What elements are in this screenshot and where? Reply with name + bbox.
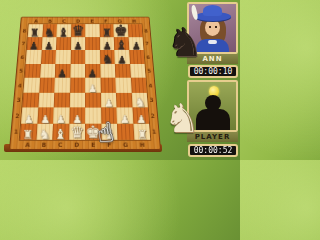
square-h5[interactable]: [130, 64, 146, 78]
square-d2[interactable]: ♟: [69, 108, 85, 124]
piece-white-pawn: ♟: [136, 114, 146, 125]
portrait-collar: [208, 40, 217, 44]
opponent-clock: 00:00:10: [188, 65, 238, 78]
square-h3[interactable]: ♞: [131, 92, 148, 107]
square-h2[interactable]: ♟: [132, 108, 149, 124]
coord-label-F: F: [104, 18, 108, 23]
black-knight-icon: ♞: [167, 22, 203, 62]
piece-white-knight: ♞: [39, 128, 51, 141]
square-e3[interactable]: [85, 92, 101, 107]
coord-label-8: 8: [22, 28, 26, 33]
square-f4[interactable]: [100, 78, 116, 93]
portrait-hat-icon: [203, 5, 222, 16]
coord-label-C: C: [62, 18, 66, 23]
coord-label-2: 2: [15, 112, 20, 119]
coord-label-C: C: [58, 141, 63, 148]
piece-black-king: ♚: [114, 23, 127, 38]
file-labels-bottom: ABCDEFGH: [19, 140, 151, 149]
square-d6[interactable]: [70, 50, 85, 64]
square-f6[interactable]: ♞: [100, 50, 115, 64]
square-d7[interactable]: ♟: [71, 37, 86, 50]
player-clock: 00:00:52: [188, 144, 238, 157]
square-h1[interactable]: ♜: [133, 123, 150, 139]
square-c6[interactable]: [55, 50, 70, 64]
square-a3[interactable]: [22, 92, 39, 107]
piece-black-bishop: ♝: [58, 26, 69, 38]
hand-cursor-icon[interactable]: ☝: [95, 118, 115, 147]
square-f5[interactable]: [100, 64, 115, 78]
square-a1[interactable]: ♜: [20, 123, 37, 139]
square-g5[interactable]: [115, 64, 131, 78]
piece-black-knight: ♞: [102, 53, 112, 65]
coord-label-3: 3: [149, 97, 153, 103]
coord-label-A: A: [25, 141, 30, 148]
coord-label-7: 7: [21, 41, 25, 47]
piece-black-bishop: ♝: [116, 39, 127, 51]
square-b6[interactable]: [41, 50, 56, 64]
square-b3[interactable]: [38, 92, 54, 107]
square-c3[interactable]: [54, 92, 70, 107]
piece-white-bishop: ♝: [54, 127, 66, 141]
piece-white-rook: ♜: [23, 129, 34, 141]
square-b8[interactable]: ♞: [42, 24, 57, 37]
square-a2[interactable]: ♟: [21, 108, 38, 124]
board-grid: ♜♞♝♛♜♚♟♟♟♟♝♟♞♟♟♟♟♟♞♟♟♟♟♟♟♜♞♝♛♚♝♜: [20, 24, 150, 140]
piece-white-pawn: ♟: [40, 114, 50, 125]
piece-black-pawn: ♟: [30, 41, 39, 51]
square-c2[interactable]: ♟: [53, 108, 69, 124]
coord-label-E: E: [91, 141, 95, 148]
square-e5[interactable]: ♟: [85, 64, 100, 78]
piece-black-rook: ♜: [102, 27, 111, 37]
piece-white-knight: ♞: [134, 96, 145, 108]
coord-label-6: 6: [146, 54, 150, 60]
piece-black-rook: ♜: [30, 27, 39, 37]
board-scene: ABCDEFGH ABCDEFGH 87654321 87654321 ♜♞♝♛…: [4, 0, 168, 160]
square-d5[interactable]: [70, 64, 85, 78]
square-g8[interactable]: ♚: [113, 24, 128, 37]
piece-black-pawn: ♟: [58, 69, 67, 79]
coord-label-1: 1: [14, 128, 19, 135]
square-c1[interactable]: ♝: [52, 123, 69, 139]
game-screen: { "game": "chess", "position": { "fen": …: [0, 0, 240, 160]
square-c4[interactable]: [54, 78, 70, 93]
square-c7[interactable]: [56, 37, 71, 50]
square-f3[interactable]: ♟: [100, 92, 116, 107]
square-g4[interactable]: [115, 78, 131, 93]
square-g7[interactable]: ♝: [114, 37, 129, 50]
square-h4[interactable]: [130, 78, 146, 93]
coord-label-H: H: [132, 18, 137, 23]
coord-label-B: B: [48, 18, 52, 23]
piece-black-pawn: ♟: [118, 55, 127, 65]
square-c8[interactable]: ♝: [56, 24, 71, 37]
coord-label-E: E: [90, 18, 94, 23]
square-a6[interactable]: [26, 50, 42, 64]
square-a5[interactable]: [25, 64, 41, 78]
square-g3[interactable]: [116, 92, 132, 107]
coord-label-2: 2: [150, 112, 155, 119]
square-b5[interactable]: [40, 64, 56, 78]
coord-label-5: 5: [19, 68, 23, 74]
piece-black-pawn: ♟: [132, 41, 141, 51]
coord-label-5: 5: [147, 68, 151, 74]
coord-label-6: 6: [20, 54, 24, 60]
piece-white-pawn: ♟: [104, 98, 113, 108]
coord-label-8: 8: [144, 28, 148, 33]
square-g6[interactable]: ♟: [114, 50, 129, 64]
square-b1[interactable]: ♞: [36, 123, 53, 139]
square-b2[interactable]: ♟: [37, 108, 54, 124]
piece-white-queen: ♛: [70, 125, 84, 141]
piece-white-pawn: ♟: [88, 83, 97, 93]
piece-white-rook: ♜: [137, 129, 148, 141]
square-e8[interactable]: [85, 24, 99, 37]
square-g2[interactable]: ♟: [116, 108, 133, 124]
square-g1[interactable]: [117, 123, 134, 139]
square-d3[interactable]: [69, 92, 85, 107]
coord-label-A: A: [34, 18, 38, 23]
square-d1[interactable]: ♛: [69, 123, 85, 139]
square-f8[interactable]: ♜: [99, 24, 114, 37]
coord-label-1: 1: [152, 128, 157, 135]
square-e4[interactable]: ♟: [85, 78, 100, 93]
coord-label-H: H: [139, 141, 144, 148]
coord-label-G: G: [123, 141, 128, 148]
piece-black-pawn: ♟: [73, 41, 82, 51]
square-c5[interactable]: ♟: [55, 64, 70, 78]
portrait-eye: [215, 26, 217, 28]
square-e7[interactable]: [85, 37, 100, 50]
square-d4[interactable]: [70, 78, 85, 93]
coord-label-D: D: [74, 141, 79, 148]
square-h6[interactable]: [129, 50, 145, 64]
coord-label-B: B: [42, 141, 47, 148]
portrait-eye: [209, 26, 211, 28]
square-h8[interactable]: [127, 24, 142, 37]
piece-white-pawn: ♟: [24, 114, 34, 125]
piece-white-pawn: ♟: [56, 114, 66, 125]
coord-label-4: 4: [148, 82, 152, 88]
piece-black-pawn: ♟: [88, 69, 97, 79]
square-e6[interactable]: [85, 50, 100, 64]
square-h7[interactable]: ♟: [128, 37, 143, 50]
coord-label-7: 7: [145, 41, 149, 47]
piece-black-pawn: ♟: [103, 41, 112, 51]
player-silhouette-icon: [196, 109, 230, 131]
piece-white-pawn: ♟: [120, 114, 130, 125]
square-a7[interactable]: ♟: [27, 37, 42, 50]
coord-label-3: 3: [16, 97, 20, 103]
square-a8[interactable]: ♜: [28, 24, 43, 37]
square-f7[interactable]: ♟: [99, 37, 114, 50]
coord-label-4: 4: [18, 82, 22, 88]
square-d8[interactable]: ♛: [71, 24, 85, 37]
square-b7[interactable]: ♟: [41, 37, 56, 50]
portrait-face: [205, 19, 220, 36]
piece-black-knight: ♞: [44, 26, 54, 37]
square-a4[interactable]: [23, 78, 39, 93]
white-knight-icon: ♞: [164, 98, 200, 138]
piece-black-pawn: ♟: [44, 41, 53, 51]
chess-board: ABCDEFGH ABCDEFGH 87654321 87654321 ♜♞♝♛…: [9, 17, 161, 150]
square-b4[interactable]: [39, 78, 55, 93]
piece-black-queen: ♛: [72, 24, 84, 38]
